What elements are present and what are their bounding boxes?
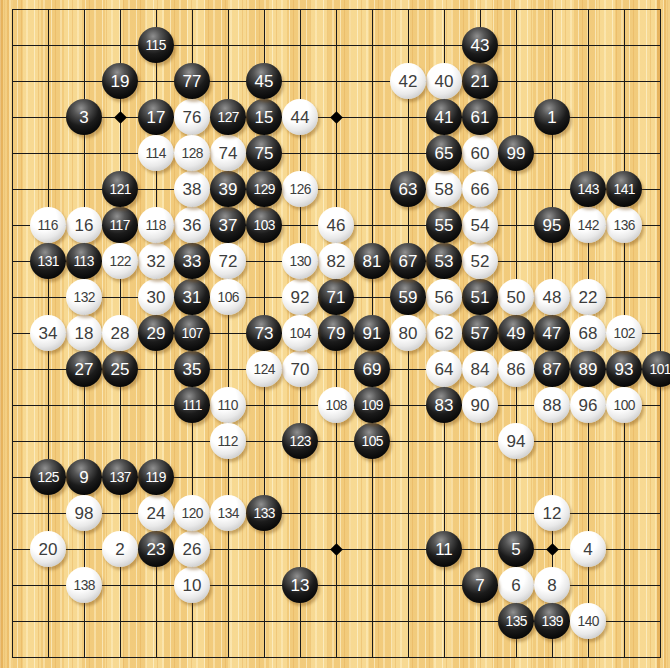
move-number: 119 bbox=[146, 470, 166, 485]
move-number: 79 bbox=[327, 325, 346, 342]
stone-white-124: 124 bbox=[246, 351, 282, 387]
move-number: 113 bbox=[74, 254, 94, 269]
move-number: 114 bbox=[146, 146, 166, 161]
stone-black-141: 141 bbox=[606, 171, 642, 207]
stone-black-69: 69 bbox=[354, 351, 390, 387]
move-number: 95 bbox=[543, 217, 562, 234]
stone-white-74: 74 bbox=[210, 135, 246, 171]
stone-black-73: 73 bbox=[246, 315, 282, 351]
move-number: 9 bbox=[79, 469, 88, 486]
move-number: 32 bbox=[147, 253, 166, 270]
move-number: 76 bbox=[183, 109, 202, 126]
stone-white-20: 20 bbox=[30, 531, 66, 567]
move-number: 43 bbox=[471, 37, 490, 54]
stone-black-61: 61 bbox=[462, 99, 498, 135]
stone-black-75: 75 bbox=[246, 135, 282, 171]
stone-white-120: 120 bbox=[174, 495, 210, 531]
move-number: 103 bbox=[253, 218, 274, 233]
stone-black-19: 19 bbox=[102, 63, 138, 99]
move-number: 39 bbox=[219, 181, 238, 198]
move-number: 131 bbox=[37, 254, 58, 269]
stone-white-138: 138 bbox=[66, 567, 102, 603]
move-number: 92 bbox=[291, 289, 310, 306]
stone-white-6: 6 bbox=[498, 567, 534, 603]
stone-white-22: 22 bbox=[570, 279, 606, 315]
stone-black-119: 119 bbox=[138, 459, 174, 495]
move-number: 72 bbox=[219, 253, 238, 270]
move-number: 5 bbox=[511, 541, 520, 558]
stone-white-110: 110 bbox=[210, 387, 246, 423]
stone-white-100: 100 bbox=[606, 387, 642, 423]
move-number: 96 bbox=[579, 397, 598, 414]
move-number: 6 bbox=[511, 577, 520, 594]
move-number: 28 bbox=[111, 325, 130, 342]
stone-white-30: 30 bbox=[138, 279, 174, 315]
move-number: 127 bbox=[217, 110, 238, 125]
stone-black-5: 5 bbox=[498, 531, 534, 567]
stone-white-8: 8 bbox=[534, 567, 570, 603]
move-number: 100 bbox=[613, 398, 634, 413]
stone-white-50: 50 bbox=[498, 279, 534, 315]
move-number: 51 bbox=[471, 289, 490, 306]
stone-white-142: 142 bbox=[570, 207, 606, 243]
stone-white-126: 126 bbox=[282, 171, 318, 207]
stone-black-59: 59 bbox=[390, 279, 426, 315]
move-number: 63 bbox=[399, 181, 418, 198]
stone-white-44: 44 bbox=[282, 99, 318, 135]
move-number: 70 bbox=[291, 361, 310, 378]
stone-white-64: 64 bbox=[426, 351, 462, 387]
move-number: 109 bbox=[361, 398, 382, 413]
move-number: 30 bbox=[147, 289, 166, 306]
move-number: 105 bbox=[361, 434, 382, 449]
stone-white-4: 4 bbox=[570, 531, 606, 567]
stone-black-121: 121 bbox=[102, 171, 138, 207]
stone-black-115: 115 bbox=[138, 27, 174, 63]
stone-white-26: 26 bbox=[174, 531, 210, 567]
move-number: 77 bbox=[183, 73, 202, 90]
move-number: 27 bbox=[75, 361, 94, 378]
stone-white-134: 134 bbox=[210, 495, 246, 531]
stone-white-18: 18 bbox=[66, 315, 102, 351]
stone-black-135: 135 bbox=[498, 603, 534, 639]
stone-black-35: 35 bbox=[174, 351, 210, 387]
move-number: 104 bbox=[289, 326, 310, 341]
stone-white-88: 88 bbox=[534, 387, 570, 423]
stone-black-17: 17 bbox=[138, 99, 174, 135]
stone-black-105: 105 bbox=[354, 423, 390, 459]
move-number: 68 bbox=[579, 325, 598, 342]
move-number: 74 bbox=[219, 145, 238, 162]
stone-black-53: 53 bbox=[426, 243, 462, 279]
move-number: 133 bbox=[253, 506, 274, 521]
stone-white-118: 118 bbox=[138, 207, 174, 243]
stone-white-32: 32 bbox=[138, 243, 174, 279]
move-number: 89 bbox=[579, 361, 598, 378]
stone-white-86: 86 bbox=[498, 351, 534, 387]
stone-black-1: 1 bbox=[534, 99, 570, 135]
stone-black-67: 67 bbox=[390, 243, 426, 279]
move-number: 19 bbox=[111, 73, 130, 90]
move-number: 52 bbox=[471, 253, 490, 270]
move-number: 106 bbox=[217, 290, 238, 305]
stone-black-139: 139 bbox=[534, 603, 570, 639]
move-number: 122 bbox=[109, 254, 130, 269]
stone-black-7: 7 bbox=[462, 567, 498, 603]
stone-white-104: 104 bbox=[282, 315, 318, 351]
move-number: 59 bbox=[399, 289, 418, 306]
stone-white-66: 66 bbox=[462, 171, 498, 207]
move-number: 7 bbox=[475, 577, 484, 594]
move-number: 110 bbox=[218, 398, 238, 413]
move-number: 48 bbox=[543, 289, 562, 306]
stone-black-51: 51 bbox=[462, 279, 498, 315]
move-number: 49 bbox=[507, 325, 526, 342]
stone-black-11: 11 bbox=[426, 531, 462, 567]
wood-grain-right-edge bbox=[657, 0, 670, 668]
move-number: 60 bbox=[471, 145, 490, 162]
stone-black-9: 9 bbox=[66, 459, 102, 495]
stone-white-34: 34 bbox=[30, 315, 66, 351]
stone-black-31: 31 bbox=[174, 279, 210, 315]
move-number: 73 bbox=[255, 325, 274, 342]
stone-white-48: 48 bbox=[534, 279, 570, 315]
star-point bbox=[114, 111, 127, 124]
stone-white-94: 94 bbox=[498, 423, 534, 459]
stone-black-137: 137 bbox=[102, 459, 138, 495]
move-number: 111 bbox=[182, 398, 201, 413]
move-number: 87 bbox=[543, 361, 562, 378]
stone-black-55: 55 bbox=[426, 207, 462, 243]
move-number: 66 bbox=[471, 181, 490, 198]
stone-black-77: 77 bbox=[174, 63, 210, 99]
stone-black-71: 71 bbox=[318, 279, 354, 315]
move-number: 38 bbox=[183, 181, 202, 198]
move-number: 84 bbox=[471, 361, 490, 378]
stone-white-46: 46 bbox=[318, 207, 354, 243]
stone-white-56: 56 bbox=[426, 279, 462, 315]
stone-white-106: 106 bbox=[210, 279, 246, 315]
stone-white-62: 62 bbox=[426, 315, 462, 351]
move-number: 21 bbox=[471, 73, 490, 90]
star-point bbox=[546, 543, 559, 556]
move-number: 71 bbox=[327, 289, 346, 306]
stone-white-76: 76 bbox=[174, 99, 210, 135]
move-number: 140 bbox=[577, 614, 598, 629]
stone-black-57: 57 bbox=[462, 315, 498, 351]
move-number: 10 bbox=[183, 577, 202, 594]
stone-white-132: 132 bbox=[66, 279, 102, 315]
stone-black-129: 129 bbox=[246, 171, 282, 207]
stone-white-68: 68 bbox=[570, 315, 606, 351]
stone-white-140: 140 bbox=[570, 603, 606, 639]
move-number: 31 bbox=[183, 289, 202, 306]
move-number: 80 bbox=[399, 325, 418, 342]
stone-white-12: 12 bbox=[534, 495, 570, 531]
move-number: 8 bbox=[547, 577, 556, 594]
move-number: 112 bbox=[218, 434, 238, 449]
move-number: 55 bbox=[435, 217, 454, 234]
move-number: 1 bbox=[547, 109, 556, 126]
move-number: 34 bbox=[39, 325, 58, 342]
stone-black-21: 21 bbox=[462, 63, 498, 99]
move-number: 91 bbox=[363, 325, 382, 342]
stone-white-112: 112 bbox=[210, 423, 246, 459]
move-number: 115 bbox=[146, 38, 166, 53]
move-number: 102 bbox=[613, 326, 634, 341]
stone-black-103: 103 bbox=[246, 207, 282, 243]
move-number: 108 bbox=[325, 398, 346, 413]
move-number: 3 bbox=[79, 109, 88, 126]
stone-white-82: 82 bbox=[318, 243, 354, 279]
star-point bbox=[330, 543, 343, 556]
stone-black-79: 79 bbox=[318, 315, 354, 351]
stone-black-49: 49 bbox=[498, 315, 534, 351]
stone-white-60: 60 bbox=[462, 135, 498, 171]
stone-white-16: 16 bbox=[66, 207, 102, 243]
stone-white-28: 28 bbox=[102, 315, 138, 351]
move-number: 124 bbox=[253, 362, 274, 377]
move-number: 36 bbox=[183, 217, 202, 234]
stone-black-33: 33 bbox=[174, 243, 210, 279]
move-number: 134 bbox=[217, 506, 238, 521]
move-number: 62 bbox=[435, 325, 454, 342]
move-number: 33 bbox=[183, 253, 202, 270]
stone-black-109: 109 bbox=[354, 387, 390, 423]
stone-black-15: 15 bbox=[246, 99, 282, 135]
stone-black-41: 41 bbox=[426, 99, 462, 135]
move-number: 107 bbox=[181, 326, 202, 341]
move-number: 126 bbox=[289, 182, 310, 197]
stone-black-117: 117 bbox=[102, 207, 138, 243]
stone-black-81: 81 bbox=[354, 243, 390, 279]
stone-white-80: 80 bbox=[390, 315, 426, 351]
stone-white-102: 102 bbox=[606, 315, 642, 351]
goban[interactable]: 1234567891011121315161718192021222324252… bbox=[0, 0, 670, 668]
move-number: 143 bbox=[577, 182, 598, 197]
stone-black-27: 27 bbox=[66, 351, 102, 387]
stone-black-143: 143 bbox=[570, 171, 606, 207]
move-number: 57 bbox=[471, 325, 490, 342]
stone-white-36: 36 bbox=[174, 207, 210, 243]
stone-white-114: 114 bbox=[138, 135, 174, 171]
stone-white-128: 128 bbox=[174, 135, 210, 171]
stone-white-10: 10 bbox=[174, 567, 210, 603]
move-number: 20 bbox=[39, 541, 58, 558]
grid-line-vertical bbox=[660, 9, 661, 657]
move-number: 94 bbox=[507, 433, 526, 450]
move-number: 88 bbox=[543, 397, 562, 414]
move-number: 11 bbox=[435, 541, 453, 558]
move-number: 129 bbox=[253, 182, 274, 197]
move-number: 35 bbox=[183, 361, 202, 378]
move-number: 15 bbox=[255, 109, 274, 126]
stone-black-39: 39 bbox=[210, 171, 246, 207]
move-number: 13 bbox=[291, 577, 310, 594]
move-number: 93 bbox=[615, 361, 634, 378]
move-number: 18 bbox=[75, 325, 94, 342]
move-number: 75 bbox=[255, 145, 274, 162]
move-number: 4 bbox=[583, 541, 592, 558]
stone-black-99: 99 bbox=[498, 135, 534, 171]
grid-line-horizontal bbox=[12, 441, 661, 442]
stone-black-123: 123 bbox=[282, 423, 318, 459]
stone-black-107: 107 bbox=[174, 315, 210, 351]
move-number: 44 bbox=[291, 109, 310, 126]
move-number: 56 bbox=[435, 289, 454, 306]
move-number: 50 bbox=[507, 289, 526, 306]
stone-white-2: 2 bbox=[102, 531, 138, 567]
move-number: 23 bbox=[147, 541, 166, 558]
move-number: 138 bbox=[73, 578, 94, 593]
stone-black-95: 95 bbox=[534, 207, 570, 243]
move-number: 47 bbox=[543, 325, 562, 342]
move-number: 17 bbox=[147, 109, 166, 126]
move-number: 81 bbox=[363, 253, 382, 270]
move-number: 118 bbox=[146, 218, 166, 233]
stone-black-101: 101 bbox=[642, 351, 670, 387]
stone-white-40: 40 bbox=[426, 63, 462, 99]
stone-white-92: 92 bbox=[282, 279, 318, 315]
move-number: 141 bbox=[613, 182, 634, 197]
stone-black-111: 111 bbox=[174, 387, 210, 423]
move-number: 69 bbox=[363, 361, 382, 378]
move-number: 137 bbox=[109, 470, 130, 485]
move-number: 99 bbox=[507, 145, 526, 162]
move-number: 2 bbox=[115, 541, 124, 558]
move-number: 90 bbox=[471, 397, 490, 414]
stone-black-63: 63 bbox=[390, 171, 426, 207]
stone-white-108: 108 bbox=[318, 387, 354, 423]
star-point bbox=[330, 111, 343, 124]
move-number: 142 bbox=[577, 218, 598, 233]
stone-black-93: 93 bbox=[606, 351, 642, 387]
stone-black-43: 43 bbox=[462, 27, 498, 63]
move-number: 53 bbox=[435, 253, 454, 270]
stone-black-3: 3 bbox=[66, 99, 102, 135]
stone-black-89: 89 bbox=[570, 351, 606, 387]
stone-black-29: 29 bbox=[138, 315, 174, 351]
stone-black-127: 127 bbox=[210, 99, 246, 135]
move-number: 42 bbox=[399, 73, 418, 90]
move-number: 61 bbox=[471, 109, 490, 126]
move-number: 22 bbox=[579, 289, 598, 306]
move-number: 54 bbox=[471, 217, 490, 234]
stone-white-24: 24 bbox=[138, 495, 174, 531]
move-number: 25 bbox=[111, 361, 130, 378]
move-number: 16 bbox=[75, 217, 94, 234]
stone-black-47: 47 bbox=[534, 315, 570, 351]
move-number: 24 bbox=[147, 505, 166, 522]
stone-white-38: 38 bbox=[174, 171, 210, 207]
stone-black-83: 83 bbox=[426, 387, 462, 423]
move-number: 135 bbox=[505, 614, 526, 629]
move-number: 101 bbox=[649, 362, 670, 377]
grid-line-horizontal bbox=[12, 657, 661, 658]
move-number: 26 bbox=[183, 541, 202, 558]
move-number: 132 bbox=[73, 290, 94, 305]
stone-white-90: 90 bbox=[462, 387, 498, 423]
move-number: 128 bbox=[181, 146, 202, 161]
move-number: 41 bbox=[435, 109, 454, 126]
move-number: 58 bbox=[435, 181, 454, 198]
move-number: 12 bbox=[543, 505, 562, 522]
stone-black-125: 125 bbox=[30, 459, 66, 495]
stone-white-54: 54 bbox=[462, 207, 498, 243]
move-number: 117 bbox=[110, 218, 130, 233]
stone-black-23: 23 bbox=[138, 531, 174, 567]
move-number: 37 bbox=[219, 217, 238, 234]
stone-white-70: 70 bbox=[282, 351, 318, 387]
stone-white-122: 122 bbox=[102, 243, 138, 279]
move-number: 136 bbox=[613, 218, 634, 233]
stone-white-130: 130 bbox=[282, 243, 318, 279]
stone-white-52: 52 bbox=[462, 243, 498, 279]
move-number: 45 bbox=[255, 73, 274, 90]
move-number: 121 bbox=[109, 182, 130, 197]
stone-white-72: 72 bbox=[210, 243, 246, 279]
stone-white-98: 98 bbox=[66, 495, 102, 531]
stone-white-42: 42 bbox=[390, 63, 426, 99]
move-number: 67 bbox=[399, 253, 418, 270]
move-number: 130 bbox=[289, 254, 310, 269]
move-number: 125 bbox=[37, 470, 58, 485]
stone-black-133: 133 bbox=[246, 495, 282, 531]
move-number: 98 bbox=[75, 505, 94, 522]
move-number: 65 bbox=[435, 145, 454, 162]
stone-white-96: 96 bbox=[570, 387, 606, 423]
move-number: 46 bbox=[327, 217, 346, 234]
stone-black-37: 37 bbox=[210, 207, 246, 243]
stone-black-45: 45 bbox=[246, 63, 282, 99]
move-number: 64 bbox=[435, 361, 454, 378]
move-number: 139 bbox=[541, 614, 562, 629]
move-number: 116 bbox=[38, 218, 58, 233]
stone-black-131: 131 bbox=[30, 243, 66, 279]
move-number: 40 bbox=[435, 73, 454, 90]
stone-black-91: 91 bbox=[354, 315, 390, 351]
stone-black-13: 13 bbox=[282, 567, 318, 603]
stone-black-65: 65 bbox=[426, 135, 462, 171]
stone-black-113: 113 bbox=[66, 243, 102, 279]
stone-white-116: 116 bbox=[30, 207, 66, 243]
move-number: 86 bbox=[507, 361, 526, 378]
move-number: 29 bbox=[147, 325, 166, 342]
stone-white-84: 84 bbox=[462, 351, 498, 387]
move-number: 120 bbox=[181, 506, 202, 521]
stone-white-136: 136 bbox=[606, 207, 642, 243]
move-number: 83 bbox=[435, 397, 454, 414]
move-number: 82 bbox=[327, 253, 346, 270]
stone-white-58: 58 bbox=[426, 171, 462, 207]
move-number: 123 bbox=[289, 434, 310, 449]
stone-black-25: 25 bbox=[102, 351, 138, 387]
stone-black-87: 87 bbox=[534, 351, 570, 387]
